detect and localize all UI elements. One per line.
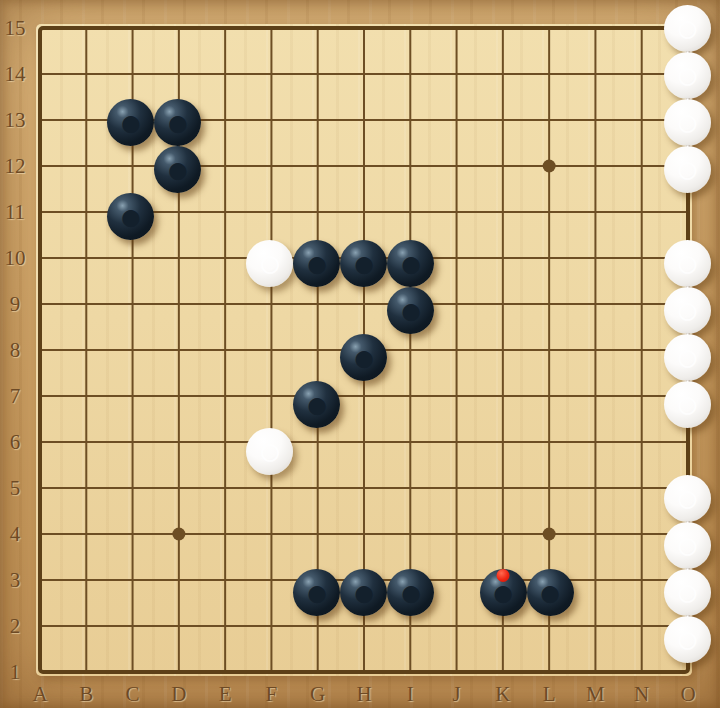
- intersection[interactable]: [62, 663, 107, 695]
- stone-glyph: ○: [676, 522, 700, 569]
- intersection[interactable]: [62, 240, 107, 287]
- intersection[interactable]: [340, 287, 387, 334]
- intersection[interactable]: [154, 569, 201, 616]
- intersection[interactable]: [387, 5, 434, 52]
- stone-glyph: ●: [119, 99, 143, 146]
- intersection[interactable]: ○: [246, 428, 293, 475]
- intersection[interactable]: [107, 475, 154, 522]
- intersection[interactable]: [154, 5, 201, 52]
- intersection[interactable]: [619, 193, 664, 240]
- stone-glyph: ●: [399, 569, 423, 616]
- intersection[interactable]: [340, 193, 387, 240]
- stone-glyph: ●: [166, 99, 190, 146]
- intersection[interactable]: ●: [387, 240, 434, 287]
- intersection[interactable]: [527, 522, 574, 569]
- intersection[interactable]: [664, 428, 711, 475]
- intersection[interactable]: [293, 522, 340, 569]
- intersection[interactable]: [387, 475, 434, 522]
- intersection[interactable]: [619, 663, 664, 695]
- intersection[interactable]: [17, 99, 62, 146]
- intersection[interactable]: [201, 569, 246, 616]
- intersection[interactable]: [107, 522, 154, 569]
- intersection[interactable]: [246, 663, 293, 695]
- black-stone: ●: [340, 569, 387, 616]
- intersection[interactable]: [62, 146, 107, 193]
- intersection[interactable]: [340, 663, 387, 695]
- intersection[interactable]: [619, 146, 664, 193]
- intersection[interactable]: [480, 146, 527, 193]
- intersection[interactable]: [619, 52, 664, 99]
- intersection[interactable]: [527, 287, 574, 334]
- stone-glyph: ○: [676, 381, 700, 428]
- intersection[interactable]: [387, 193, 434, 240]
- intersection[interactable]: [434, 428, 479, 475]
- intersection[interactable]: [340, 428, 387, 475]
- intersection[interactable]: [246, 193, 293, 240]
- black-stone: ●: [387, 287, 434, 334]
- intersection[interactable]: [527, 146, 574, 193]
- intersection[interactable]: [527, 428, 574, 475]
- intersection[interactable]: [107, 428, 154, 475]
- white-stone: ○: [664, 334, 711, 381]
- intersection[interactable]: [107, 663, 154, 695]
- intersection[interactable]: [434, 99, 479, 146]
- intersection[interactable]: [527, 240, 574, 287]
- intersection[interactable]: [434, 146, 479, 193]
- intersection[interactable]: [293, 146, 340, 193]
- black-stone: ●: [387, 240, 434, 287]
- intersection[interactable]: ○: [664, 5, 711, 52]
- intersection[interactable]: ●: [340, 240, 387, 287]
- intersection[interactable]: [527, 381, 574, 428]
- intersection[interactable]: [62, 569, 107, 616]
- intersection[interactable]: ●: [154, 99, 201, 146]
- intersection[interactable]: [434, 193, 479, 240]
- intersection[interactable]: [246, 381, 293, 428]
- intersection[interactable]: [17, 146, 62, 193]
- white-stone: ○: [664, 287, 711, 334]
- intersection[interactable]: [574, 240, 619, 287]
- intersection[interactable]: [619, 522, 664, 569]
- intersection[interactable]: ●: [154, 146, 201, 193]
- stone-glyph: ●: [399, 287, 423, 334]
- intersection[interactable]: [107, 334, 154, 381]
- intersection[interactable]: [154, 287, 201, 334]
- intersection[interactable]: [434, 381, 479, 428]
- intersection[interactable]: [664, 663, 711, 695]
- intersection[interactable]: [17, 616, 62, 663]
- intersection[interactable]: [154, 381, 201, 428]
- black-stone: ●: [340, 240, 387, 287]
- intersection[interactable]: ○: [664, 475, 711, 522]
- intersection[interactable]: [387, 99, 434, 146]
- intersection[interactable]: [107, 381, 154, 428]
- intersection[interactable]: [62, 287, 107, 334]
- intersection[interactable]: [107, 52, 154, 99]
- intersection[interactable]: [293, 5, 340, 52]
- intersection[interactable]: [154, 334, 201, 381]
- intersection[interactable]: ○: [664, 240, 711, 287]
- intersection[interactable]: [387, 522, 434, 569]
- intersection[interactable]: [293, 663, 340, 695]
- intersection[interactable]: [201, 287, 246, 334]
- white-stone: ○: [664, 52, 711, 99]
- stone-glyph: ●: [305, 240, 329, 287]
- board-grid: ○○●●○●○●○●●●○●○●○●○○○○●●●●●○○: [17, 5, 711, 695]
- black-stone: ●: [154, 146, 201, 193]
- intersection[interactable]: [293, 52, 340, 99]
- intersection[interactable]: [574, 193, 619, 240]
- intersection[interactable]: [480, 193, 527, 240]
- intersection[interactable]: [62, 334, 107, 381]
- stone-glyph: ○: [676, 52, 700, 99]
- intersection[interactable]: [293, 193, 340, 240]
- intersection[interactable]: [17, 663, 62, 695]
- intersection[interactable]: [574, 5, 619, 52]
- intersection[interactable]: [480, 5, 527, 52]
- intersection[interactable]: [340, 5, 387, 52]
- stone-glyph: ○: [676, 5, 700, 52]
- stone-glyph: ●: [352, 334, 376, 381]
- intersection[interactable]: [17, 475, 62, 522]
- stone-glyph: ●: [166, 146, 190, 193]
- intersection[interactable]: [154, 475, 201, 522]
- intersection[interactable]: [340, 522, 387, 569]
- intersection[interactable]: [293, 334, 340, 381]
- intersection[interactable]: [387, 428, 434, 475]
- intersection[interactable]: [527, 475, 574, 522]
- black-stone: ●: [154, 99, 201, 146]
- intersection[interactable]: [480, 616, 527, 663]
- intersection[interactable]: [619, 287, 664, 334]
- white-stone: ○: [246, 240, 293, 287]
- intersection[interactable]: [434, 522, 479, 569]
- intersection[interactable]: ○: [664, 52, 711, 99]
- intersection[interactable]: [619, 334, 664, 381]
- intersection[interactable]: [340, 146, 387, 193]
- intersection[interactable]: [574, 381, 619, 428]
- last-move-marker: [497, 569, 510, 582]
- intersection[interactable]: [201, 334, 246, 381]
- intersection[interactable]: [387, 663, 434, 695]
- intersection[interactable]: [434, 287, 479, 334]
- intersection[interactable]: [154, 52, 201, 99]
- intersection[interactable]: [201, 52, 246, 99]
- intersection[interactable]: [434, 569, 479, 616]
- intersection[interactable]: [480, 240, 527, 287]
- intersection[interactable]: [154, 616, 201, 663]
- stone-glyph: ●: [305, 569, 329, 616]
- intersection[interactable]: [246, 475, 293, 522]
- intersection[interactable]: [201, 475, 246, 522]
- intersection[interactable]: ○: [664, 522, 711, 569]
- intersection[interactable]: [434, 52, 479, 99]
- intersection[interactable]: [154, 663, 201, 695]
- intersection[interactable]: [246, 52, 293, 99]
- intersection[interactable]: [201, 616, 246, 663]
- intersection[interactable]: [527, 99, 574, 146]
- intersection[interactable]: [62, 616, 107, 663]
- intersection[interactable]: [340, 616, 387, 663]
- intersection[interactable]: ●: [293, 569, 340, 616]
- black-stone: ●: [480, 569, 527, 616]
- intersection[interactable]: [387, 616, 434, 663]
- black-stone: ●: [293, 569, 340, 616]
- intersection[interactable]: ●: [387, 569, 434, 616]
- black-stone: ●: [527, 569, 574, 616]
- intersection[interactable]: ●: [340, 569, 387, 616]
- intersection[interactable]: [480, 475, 527, 522]
- intersection[interactable]: [387, 52, 434, 99]
- intersection[interactable]: [246, 522, 293, 569]
- intersection[interactable]: [434, 475, 479, 522]
- intersection[interactable]: [246, 99, 293, 146]
- intersection[interactable]: [62, 99, 107, 146]
- intersection[interactable]: [619, 569, 664, 616]
- intersection[interactable]: [387, 334, 434, 381]
- white-stone: ○: [664, 146, 711, 193]
- intersection[interactable]: ●: [293, 381, 340, 428]
- black-stone: ●: [340, 334, 387, 381]
- intersection[interactable]: [387, 146, 434, 193]
- stone-glyph: ●: [399, 240, 423, 287]
- intersection[interactable]: [434, 334, 479, 381]
- white-stone: ○: [664, 99, 711, 146]
- intersection[interactable]: [107, 569, 154, 616]
- intersection[interactable]: [619, 5, 664, 52]
- intersection[interactable]: [17, 334, 62, 381]
- intersection[interactable]: [17, 428, 62, 475]
- white-stone: ○: [664, 616, 711, 663]
- intersection[interactable]: ●: [340, 334, 387, 381]
- stone-glyph: ●: [538, 569, 562, 616]
- intersection[interactable]: [107, 616, 154, 663]
- intersection[interactable]: [154, 522, 201, 569]
- black-stone: ●: [293, 240, 340, 287]
- intersection[interactable]: ●: [527, 569, 574, 616]
- intersection[interactable]: [293, 287, 340, 334]
- intersection[interactable]: [17, 381, 62, 428]
- stone-glyph: ●: [352, 569, 376, 616]
- intersection[interactable]: [293, 428, 340, 475]
- stone-glyph: ○: [676, 146, 700, 193]
- intersection[interactable]: [574, 569, 619, 616]
- goban-board: 151413121110987654321 ABCDEFGHIJKLMNO ○○…: [0, 0, 720, 708]
- intersection[interactable]: [480, 522, 527, 569]
- intersection[interactable]: [17, 52, 62, 99]
- intersection[interactable]: [17, 240, 62, 287]
- intersection[interactable]: [527, 5, 574, 52]
- white-stone: ○: [664, 381, 711, 428]
- stone-glyph: ○: [676, 287, 700, 334]
- intersection[interactable]: ○: [664, 99, 711, 146]
- intersection[interactable]: ○: [246, 240, 293, 287]
- intersection[interactable]: [574, 99, 619, 146]
- intersection[interactable]: [62, 5, 107, 52]
- intersection[interactable]: [154, 428, 201, 475]
- intersection[interactable]: [246, 5, 293, 52]
- stone-glyph: ●: [305, 381, 329, 428]
- intersection[interactable]: [434, 616, 479, 663]
- intersection[interactable]: [574, 475, 619, 522]
- intersection[interactable]: ○: [664, 334, 711, 381]
- black-stone: ●: [387, 569, 434, 616]
- intersection[interactable]: ●: [107, 99, 154, 146]
- intersection[interactable]: [574, 428, 619, 475]
- intersection[interactable]: ○: [664, 381, 711, 428]
- intersection[interactable]: [201, 240, 246, 287]
- stone-glyph: ○: [258, 428, 282, 475]
- intersection[interactable]: [62, 428, 107, 475]
- intersection[interactable]: [62, 522, 107, 569]
- intersection[interactable]: [62, 475, 107, 522]
- intersection[interactable]: [574, 287, 619, 334]
- stone-glyph: ○: [676, 569, 700, 616]
- intersection[interactable]: [340, 99, 387, 146]
- intersection[interactable]: [154, 193, 201, 240]
- intersection[interactable]: ○: [664, 616, 711, 663]
- stone-glyph: ●: [119, 193, 143, 240]
- stone-glyph: ●: [352, 240, 376, 287]
- stone-glyph: ○: [676, 475, 700, 522]
- intersection[interactable]: [619, 99, 664, 146]
- intersection[interactable]: [201, 522, 246, 569]
- intersection[interactable]: [527, 52, 574, 99]
- white-stone: ○: [664, 240, 711, 287]
- intersection[interactable]: [619, 475, 664, 522]
- intersection[interactable]: ●: [293, 240, 340, 287]
- intersection[interactable]: [246, 146, 293, 193]
- intersection[interactable]: [17, 522, 62, 569]
- stone-glyph: ○: [676, 616, 700, 663]
- white-stone: ○: [664, 5, 711, 52]
- intersection[interactable]: ●: [107, 193, 154, 240]
- intersection[interactable]: [574, 334, 619, 381]
- intersection[interactable]: [17, 193, 62, 240]
- intersection[interactable]: [480, 99, 527, 146]
- intersection[interactable]: ●: [387, 287, 434, 334]
- intersection[interactable]: [527, 193, 574, 240]
- intersection[interactable]: [246, 334, 293, 381]
- intersection[interactable]: [527, 663, 574, 695]
- intersection[interactable]: [619, 240, 664, 287]
- intersection[interactable]: [574, 616, 619, 663]
- intersection[interactable]: [480, 52, 527, 99]
- intersection[interactable]: [62, 52, 107, 99]
- intersection[interactable]: [480, 663, 527, 695]
- intersection[interactable]: [201, 99, 246, 146]
- intersection[interactable]: [107, 287, 154, 334]
- intersection[interactable]: [434, 663, 479, 695]
- intersection[interactable]: [480, 287, 527, 334]
- intersection[interactable]: ○: [664, 569, 711, 616]
- intersection[interactable]: [574, 146, 619, 193]
- intersection[interactable]: [17, 5, 62, 52]
- intersection[interactable]: [574, 52, 619, 99]
- intersection[interactable]: [293, 99, 340, 146]
- intersection[interactable]: [107, 5, 154, 52]
- black-stone: ●: [107, 193, 154, 240]
- intersection[interactable]: [293, 475, 340, 522]
- white-stone: ○: [664, 569, 711, 616]
- intersection[interactable]: [62, 193, 107, 240]
- black-stone: ●: [293, 381, 340, 428]
- intersection[interactable]: [17, 287, 62, 334]
- intersection[interactable]: [201, 5, 246, 52]
- intersection[interactable]: [480, 334, 527, 381]
- intersection[interactable]: [619, 616, 664, 663]
- intersection[interactable]: [201, 381, 246, 428]
- intersection[interactable]: [201, 428, 246, 475]
- intersection[interactable]: [574, 522, 619, 569]
- intersection[interactable]: [527, 334, 574, 381]
- intersection[interactable]: [619, 381, 664, 428]
- intersection[interactable]: [574, 663, 619, 695]
- intersection[interactable]: [107, 240, 154, 287]
- intersection[interactable]: [619, 428, 664, 475]
- intersection[interactable]: ○: [664, 287, 711, 334]
- intersection[interactable]: [340, 381, 387, 428]
- intersection[interactable]: [527, 616, 574, 663]
- stone-glyph: ○: [676, 240, 700, 287]
- intersection[interactable]: [480, 381, 527, 428]
- intersection[interactable]: [17, 569, 62, 616]
- intersection[interactable]: [246, 287, 293, 334]
- stone-glyph: ○: [258, 240, 282, 287]
- white-stone: ○: [664, 475, 711, 522]
- intersection[interactable]: [246, 569, 293, 616]
- stone-glyph: ○: [676, 99, 700, 146]
- intersection[interactable]: [154, 240, 201, 287]
- white-stone: ○: [246, 428, 293, 475]
- intersection[interactable]: [387, 381, 434, 428]
- intersection[interactable]: [340, 475, 387, 522]
- intersection[interactable]: [434, 5, 479, 52]
- intersection[interactable]: [62, 381, 107, 428]
- intersection[interactable]: [201, 146, 246, 193]
- intersection[interactable]: [107, 146, 154, 193]
- intersection[interactable]: [246, 616, 293, 663]
- intersection[interactable]: [434, 240, 479, 287]
- intersection[interactable]: [664, 193, 711, 240]
- intersection[interactable]: [480, 428, 527, 475]
- intersection[interactable]: [201, 193, 246, 240]
- intersection[interactable]: [201, 663, 246, 695]
- black-stone: ●: [107, 99, 154, 146]
- intersection[interactable]: ○: [664, 146, 711, 193]
- intersection[interactable]: [293, 616, 340, 663]
- intersection[interactable]: ●: [480, 569, 527, 616]
- stone-glyph: ○: [676, 334, 700, 381]
- white-stone: ○: [664, 522, 711, 569]
- intersection[interactable]: [340, 52, 387, 99]
